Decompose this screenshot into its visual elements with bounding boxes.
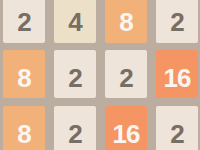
tile-value: 8 xyxy=(17,120,30,146)
tile-value: 8 xyxy=(119,9,132,35)
tile-r2c3-value-2: 2 xyxy=(105,50,146,98)
tile-value: 2 xyxy=(170,120,183,146)
tile-r2c4-value-16: 16 xyxy=(156,50,197,98)
tile-r3c2-value-2: 2 xyxy=(54,106,95,150)
tile-r2c2-value-2: 2 xyxy=(54,50,95,98)
game-viewport: 24828221682162 xyxy=(0,0,200,150)
tile-value: 2 xyxy=(68,120,81,146)
tile-value: 4 xyxy=(68,9,81,35)
tile-value: 16 xyxy=(163,65,190,91)
tile-r3c3-value-16: 16 xyxy=(105,106,146,150)
tile-r3c4-value-2: 2 xyxy=(156,106,197,150)
tile-r1c3-value-8: 8 xyxy=(105,0,146,43)
tile-value: 2 xyxy=(17,9,30,35)
tile-value: 2 xyxy=(119,65,132,91)
tile-value: 2 xyxy=(170,9,183,35)
game-board: 24828221682162 xyxy=(3,0,197,150)
tile-r2c1-value-8: 8 xyxy=(3,50,44,98)
tile-r3c1-value-8: 8 xyxy=(3,106,44,150)
tile-value: 16 xyxy=(113,120,140,146)
tile-value: 2 xyxy=(68,65,81,91)
tile-r1c4-value-2: 2 xyxy=(156,0,197,43)
tile-value: 8 xyxy=(17,65,30,91)
tile-r1c1-value-2: 2 xyxy=(3,0,44,43)
tile-r1c2-value-4: 4 xyxy=(54,0,95,43)
